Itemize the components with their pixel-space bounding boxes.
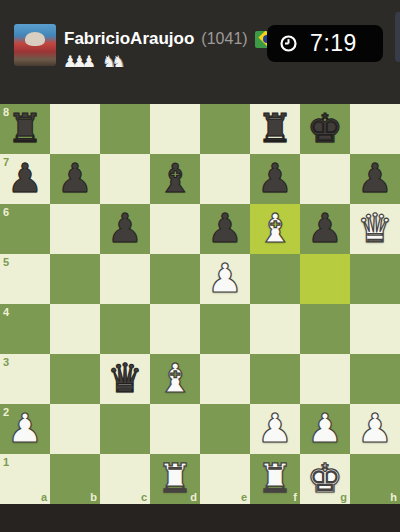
square-g3[interactable] <box>300 354 350 404</box>
black-pawn[interactable]: ♟ <box>50 154 100 204</box>
square-e3[interactable] <box>200 354 250 404</box>
black-queen[interactable]: ♛ <box>100 354 150 404</box>
player-name-row[interactable]: FabricioAraujoo (1041) <box>64 28 279 50</box>
square-b7[interactable]: ♟ <box>50 154 100 204</box>
file-label-c: c <box>141 491 147 503</box>
square-c8[interactable] <box>100 104 150 154</box>
square-g8[interactable]: ♚ <box>300 104 350 154</box>
square-c4[interactable] <box>100 304 150 354</box>
square-b3[interactable] <box>50 354 100 404</box>
square-d2[interactable] <box>150 404 200 454</box>
square-h1[interactable]: h <box>350 454 400 504</box>
black-pawn[interactable]: ♟ <box>200 204 250 254</box>
black-pawn[interactable]: ♟ <box>0 154 50 204</box>
player-name[interactable]: FabricioAraujoo <box>64 29 194 49</box>
square-h2[interactable]: ♟ <box>350 404 400 454</box>
file-label-h: h <box>390 491 397 503</box>
file-label-d: d <box>190 491 197 503</box>
square-h4[interactable] <box>350 304 400 354</box>
square-h8[interactable] <box>350 104 400 154</box>
square-f4[interactable] <box>250 304 300 354</box>
rank-label-6: 6 <box>3 206 9 218</box>
white-king[interactable]: ♚ <box>300 454 350 504</box>
player-rating: (1041) <box>201 30 247 48</box>
square-b4[interactable] <box>50 304 100 354</box>
white-pawn[interactable]: ♟ <box>0 404 50 454</box>
white-bishop[interactable]: ♝ <box>150 354 200 404</box>
square-d1[interactable]: ♜d <box>150 454 200 504</box>
rank-label-8: 8 <box>3 106 9 118</box>
rank-label-7: 7 <box>3 156 9 168</box>
square-h3[interactable] <box>350 354 400 404</box>
square-g4[interactable] <box>300 304 350 354</box>
square-b5[interactable] <box>50 254 100 304</box>
rank-label-2: 2 <box>3 406 9 418</box>
square-f1[interactable]: ♜f <box>250 454 300 504</box>
square-a5[interactable]: 5 <box>0 254 50 304</box>
square-e2[interactable] <box>200 404 250 454</box>
square-b1[interactable]: b <box>50 454 100 504</box>
square-a6[interactable]: 6 <box>0 204 50 254</box>
square-g1[interactable]: ♚g <box>300 454 350 504</box>
square-c5[interactable] <box>100 254 150 304</box>
square-f7[interactable]: ♟ <box>250 154 300 204</box>
square-a8[interactable]: ♜8 <box>0 104 50 154</box>
square-d5[interactable] <box>150 254 200 304</box>
white-pawn[interactable]: ♟ <box>250 404 300 454</box>
square-a1[interactable]: 1a <box>0 454 50 504</box>
white-queen[interactable]: ♛ <box>350 204 400 254</box>
black-rook[interactable]: ♜ <box>0 104 50 154</box>
square-h7[interactable]: ♟ <box>350 154 400 204</box>
square-e8[interactable] <box>200 104 250 154</box>
square-d7[interactable]: ♝ <box>150 154 200 204</box>
square-e5[interactable]: ♟ <box>200 254 250 304</box>
white-pawn[interactable]: ♟ <box>350 404 400 454</box>
white-rook[interactable]: ♜ <box>150 454 200 504</box>
square-b2[interactable] <box>50 404 100 454</box>
player-bar: FabricioAraujoo (1041) ♟♟♟ ♞♞ 7:19 <box>0 0 400 104</box>
square-a4[interactable]: 4 <box>0 304 50 354</box>
file-label-f: f <box>293 491 297 503</box>
black-pawn[interactable]: ♟ <box>300 204 350 254</box>
square-f2[interactable]: ♟ <box>250 404 300 454</box>
square-b6[interactable] <box>50 204 100 254</box>
file-label-b: b <box>90 491 97 503</box>
black-king[interactable]: ♚ <box>300 104 350 154</box>
avatar-photo <box>25 32 45 46</box>
square-f8[interactable]: ♜ <box>250 104 300 154</box>
square-c1[interactable]: c <box>100 454 150 504</box>
black-rook[interactable]: ♜ <box>250 104 300 154</box>
file-label-a: a <box>41 491 47 503</box>
square-g6[interactable]: ♟ <box>300 204 350 254</box>
square-e7[interactable] <box>200 154 250 204</box>
square-h5[interactable] <box>350 254 400 304</box>
square-g2[interactable]: ♟ <box>300 404 350 454</box>
square-a2[interactable]: ♟2 <box>0 404 50 454</box>
white-bishop[interactable]: ♝ <box>250 204 300 254</box>
square-f3[interactable] <box>250 354 300 404</box>
clock-icon <box>280 35 297 52</box>
square-c2[interactable] <box>100 404 150 454</box>
black-pawn[interactable]: ♟ <box>100 204 150 254</box>
chess-board[interactable]: ♜8♜♚♟7♟♝♟♟6♟♟♝♟♛5♟43♛♝♟2♟♟♟1abc♜de♜f♚gh <box>0 104 400 504</box>
square-f6[interactable]: ♝ <box>250 204 300 254</box>
square-e6[interactable]: ♟ <box>200 204 250 254</box>
square-e4[interactable] <box>200 304 250 354</box>
rank-label-5: 5 <box>3 256 9 268</box>
square-d8[interactable] <box>150 104 200 154</box>
black-pawn[interactable]: ♟ <box>250 154 300 204</box>
square-e1[interactable]: e <box>200 454 250 504</box>
black-bishop[interactable]: ♝ <box>150 154 200 204</box>
square-a3[interactable]: 3 <box>0 354 50 404</box>
side-panel-edge <box>395 12 400 62</box>
player-avatar[interactable] <box>14 24 56 66</box>
captured-pawns-icon: ♟♟♟ <box>63 52 91 71</box>
clock-time: 7:19 <box>297 30 370 57</box>
square-c3[interactable]: ♛ <box>100 354 150 404</box>
rank-label-4: 4 <box>3 306 9 318</box>
square-c7[interactable] <box>100 154 150 204</box>
square-g5[interactable] <box>300 254 350 304</box>
rank-label-3: 3 <box>3 356 9 368</box>
white-pawn[interactable]: ♟ <box>300 404 350 454</box>
square-c6[interactable]: ♟ <box>100 204 150 254</box>
player-clock: 7:19 <box>267 25 383 62</box>
rank-label-1: 1 <box>3 456 9 468</box>
black-pawn[interactable]: ♟ <box>350 154 400 204</box>
square-g7[interactable] <box>300 154 350 204</box>
square-d3[interactable]: ♝ <box>150 354 200 404</box>
file-label-g: g <box>340 491 347 503</box>
file-label-e: e <box>241 491 247 503</box>
bottom-strip <box>0 504 400 532</box>
white-rook[interactable]: ♜ <box>250 454 300 504</box>
captured-knights-icon: ♞♞ <box>102 52 121 71</box>
captured-pieces: ♟♟♟ ♞♞ <box>63 50 132 72</box>
white-pawn[interactable]: ♟ <box>200 254 250 304</box>
square-a7[interactable]: ♟7 <box>0 154 50 204</box>
square-b8[interactable] <box>50 104 100 154</box>
square-h6[interactable]: ♛ <box>350 204 400 254</box>
square-d4[interactable] <box>150 304 200 354</box>
square-d6[interactable] <box>150 204 200 254</box>
square-f5[interactable] <box>250 254 300 304</box>
